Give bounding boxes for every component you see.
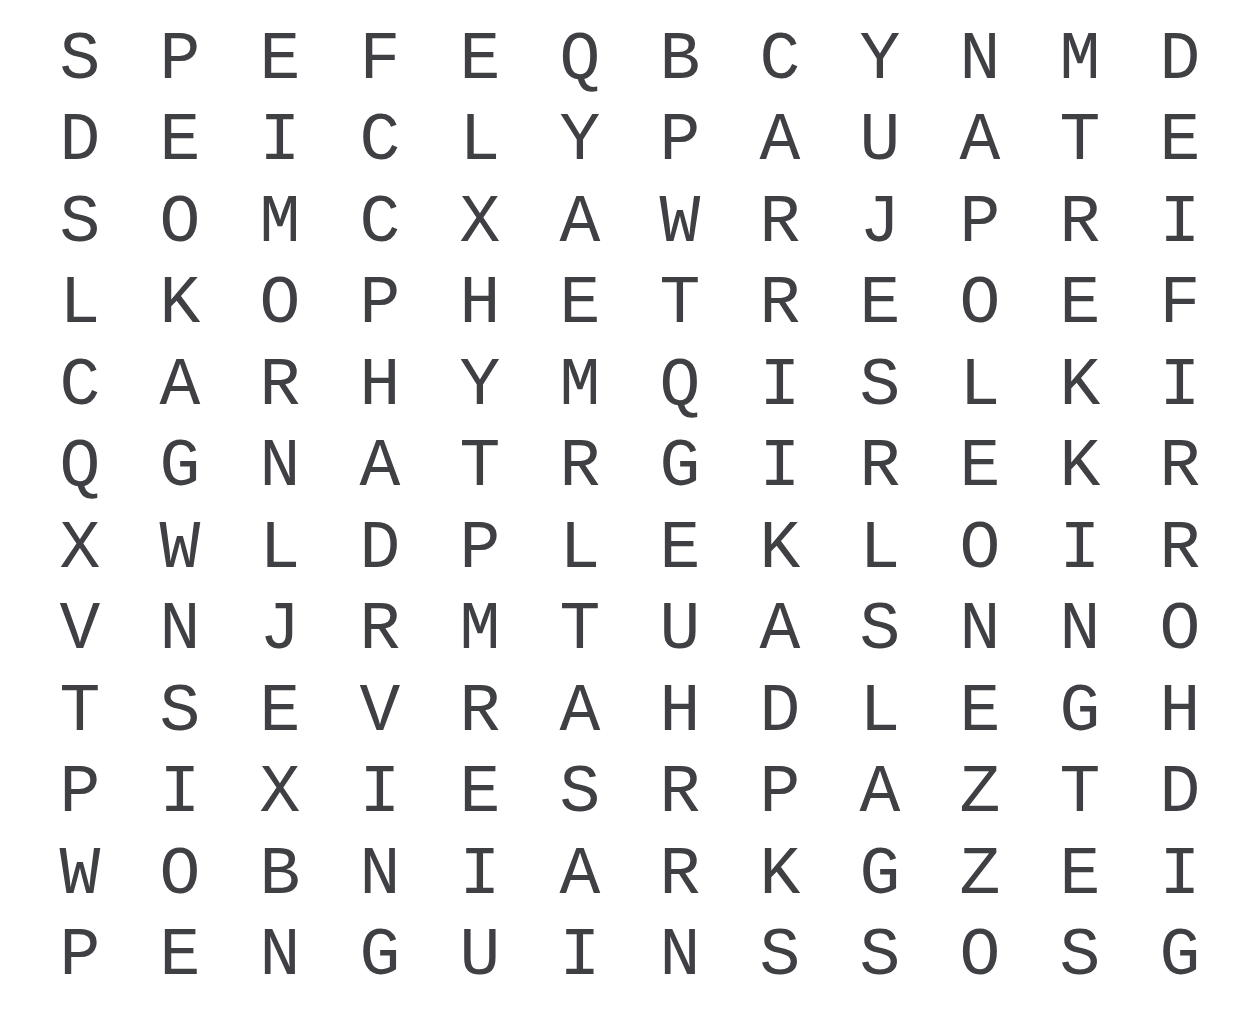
grid-cell-r6c7[interactable]: G xyxy=(630,427,730,509)
grid-cell-r6c11[interactable]: K xyxy=(1030,427,1130,509)
grid-cell-r2c8[interactable]: A xyxy=(730,101,830,183)
grid-cell-r2c6[interactable]: Y xyxy=(530,101,630,183)
grid-cell-r1c2[interactable]: P xyxy=(130,19,230,101)
grid-cell-r11c1[interactable]: W xyxy=(30,834,130,916)
grid-cell-r8c11[interactable]: N xyxy=(1030,590,1130,672)
grid-cell-r6c1[interactable]: Q xyxy=(30,427,130,509)
grid-cell-r6c5[interactable]: T xyxy=(430,427,530,509)
grid-cell-r4c5[interactable]: H xyxy=(430,264,530,346)
grid-cell-r12c1[interactable]: P xyxy=(30,916,130,998)
grid-cell-r5c11[interactable]: K xyxy=(1030,345,1130,427)
grid-cell-r4c4[interactable]: P xyxy=(330,264,430,346)
grid-cell-r2c11[interactable]: T xyxy=(1030,101,1130,183)
grid-cell-r11c6[interactable]: A xyxy=(530,834,630,916)
grid-cell-r10c6[interactable]: S xyxy=(530,753,630,835)
grid-cell-r4c11[interactable]: E xyxy=(1030,264,1130,346)
grid-cell-r12c2[interactable]: E xyxy=(130,916,230,998)
grid-cell-r11c9[interactable]: G xyxy=(830,834,930,916)
grid-cell-r4c9[interactable]: E xyxy=(830,264,930,346)
grid-cell-r7c12[interactable]: R xyxy=(1130,508,1230,590)
grid-cell-r11c11[interactable]: E xyxy=(1030,834,1130,916)
grid-cell-r3c1[interactable]: S xyxy=(30,182,130,264)
grid-cell-r11c2[interactable]: O xyxy=(130,834,230,916)
grid-cell-r10c12[interactable]: D xyxy=(1130,753,1230,835)
grid-cell-r5c5[interactable]: Y xyxy=(430,345,530,427)
grid-cell-r9c8[interactable]: D xyxy=(730,671,830,753)
grid-cell-r6c4[interactable]: A xyxy=(330,427,430,509)
grid-cell-r8c8[interactable]: A xyxy=(730,590,830,672)
grid-cell-r9c6[interactable]: A xyxy=(530,671,630,753)
grid-cell-r7c7[interactable]: E xyxy=(630,508,730,590)
grid-cell-r7c1[interactable]: X xyxy=(30,508,130,590)
grid-cell-r9c5[interactable]: R xyxy=(430,671,530,753)
grid-cell-r9c2[interactable]: S xyxy=(130,671,230,753)
grid-cell-r3c8[interactable]: R xyxy=(730,182,830,264)
grid-cell-r3c3[interactable]: M xyxy=(230,182,330,264)
grid-cell-r5c10[interactable]: L xyxy=(930,345,1030,427)
grid-cell-r7c9[interactable]: L xyxy=(830,508,930,590)
grid-cell-r1c7[interactable]: B xyxy=(630,19,730,101)
grid-cell-r5c7[interactable]: Q xyxy=(630,345,730,427)
grid-cell-r3c11[interactable]: R xyxy=(1030,182,1130,264)
grid-cell-r7c3[interactable]: L xyxy=(230,508,330,590)
grid-cell-r10c3[interactable]: X xyxy=(230,753,330,835)
grid-cell-r9c1[interactable]: T xyxy=(30,671,130,753)
grid-cell-r1c11[interactable]: M xyxy=(1030,19,1130,101)
grid-cell-r10c4[interactable]: I xyxy=(330,753,430,835)
grid-cell-r6c12[interactable]: R xyxy=(1130,427,1230,509)
grid-cell-r12c5[interactable]: U xyxy=(430,916,530,998)
grid-cell-r5c9[interactable]: S xyxy=(830,345,930,427)
grid-cell-r3c6[interactable]: A xyxy=(530,182,630,264)
grid-cell-r5c12[interactable]: I xyxy=(1130,345,1230,427)
grid-cell-r11c8[interactable]: K xyxy=(730,834,830,916)
grid-cell-r1c8[interactable]: C xyxy=(730,19,830,101)
grid-cell-r3c2[interactable]: O xyxy=(130,182,230,264)
grid-cell-r12c9[interactable]: S xyxy=(830,916,930,998)
grid-cell-r11c7[interactable]: R xyxy=(630,834,730,916)
grid-cell-r7c10[interactable]: O xyxy=(930,508,1030,590)
grid-cell-r10c11[interactable]: T xyxy=(1030,753,1130,835)
grid-cell-r8c1[interactable]: V xyxy=(30,590,130,672)
grid-cell-r5c6[interactable]: M xyxy=(530,345,630,427)
grid-cell-r6c2[interactable]: G xyxy=(130,427,230,509)
word-search-grid: SPEFEQBCYNMDDEICLYPAUATESOMCXAWRJPRILKOP… xyxy=(30,19,1230,997)
grid-cell-r5c8[interactable]: I xyxy=(730,345,830,427)
grid-cell-r7c5[interactable]: P xyxy=(430,508,530,590)
grid-cell-r2c10[interactable]: A xyxy=(930,101,1030,183)
grid-cell-r9c10[interactable]: E xyxy=(930,671,1030,753)
grid-cell-r11c5[interactable]: I xyxy=(430,834,530,916)
grid-cell-r10c1[interactable]: P xyxy=(30,753,130,835)
grid-cell-r12c12[interactable]: G xyxy=(1130,916,1230,998)
grid-cell-r3c9[interactable]: J xyxy=(830,182,930,264)
grid-cell-r8c2[interactable]: N xyxy=(130,590,230,672)
grid-cell-r2c7[interactable]: P xyxy=(630,101,730,183)
grid-cell-r8c10[interactable]: N xyxy=(930,590,1030,672)
grid-cell-r3c10[interactable]: P xyxy=(930,182,1030,264)
grid-cell-r10c7[interactable]: R xyxy=(630,753,730,835)
grid-cell-r1c9[interactable]: Y xyxy=(830,19,930,101)
grid-cell-r2c1[interactable]: D xyxy=(30,101,130,183)
grid-cell-r9c4[interactable]: V xyxy=(330,671,430,753)
grid-cell-r7c2[interactable]: W xyxy=(130,508,230,590)
grid-cell-r8c3[interactable]: J xyxy=(230,590,330,672)
grid-cell-r12c8[interactable]: S xyxy=(730,916,830,998)
grid-cell-r1c4[interactable]: F xyxy=(330,19,430,101)
grid-cell-r4c12[interactable]: F xyxy=(1130,264,1230,346)
grid-cell-r10c8[interactable]: P xyxy=(730,753,830,835)
grid-cell-r4c6[interactable]: E xyxy=(530,264,630,346)
grid-cell-r5c1[interactable]: C xyxy=(30,345,130,427)
grid-cell-r2c2[interactable]: E xyxy=(130,101,230,183)
grid-cell-r10c2[interactable]: I xyxy=(130,753,230,835)
grid-cell-r4c7[interactable]: T xyxy=(630,264,730,346)
grid-cell-r1c5[interactable]: E xyxy=(430,19,530,101)
grid-cell-r12c6[interactable]: I xyxy=(530,916,630,998)
grid-cell-r4c8[interactable]: R xyxy=(730,264,830,346)
grid-cell-r12c3[interactable]: N xyxy=(230,916,330,998)
grid-cell-r6c10[interactable]: E xyxy=(930,427,1030,509)
grid-cell-r2c12[interactable]: E xyxy=(1130,101,1230,183)
grid-cell-r2c3[interactable]: I xyxy=(230,101,330,183)
grid-cell-r8c6[interactable]: T xyxy=(530,590,630,672)
grid-cell-r9c11[interactable]: G xyxy=(1030,671,1130,753)
grid-cell-r9c12[interactable]: H xyxy=(1130,671,1230,753)
grid-cell-r5c3[interactable]: R xyxy=(230,345,330,427)
grid-cell-r12c11[interactable]: S xyxy=(1030,916,1130,998)
grid-cell-r8c9[interactable]: S xyxy=(830,590,930,672)
grid-cell-r11c3[interactable]: B xyxy=(230,834,330,916)
grid-cell-r9c3[interactable]: E xyxy=(230,671,330,753)
grid-cell-r4c10[interactable]: O xyxy=(930,264,1030,346)
grid-cell-r12c10[interactable]: O xyxy=(930,916,1030,998)
grid-cell-r2c5[interactable]: L xyxy=(430,101,530,183)
grid-cell-r9c9[interactable]: L xyxy=(830,671,930,753)
grid-cell-r12c4[interactable]: G xyxy=(330,916,430,998)
grid-cell-r10c9[interactable]: A xyxy=(830,753,930,835)
grid-cell-r7c8[interactable]: K xyxy=(730,508,830,590)
grid-cell-r8c7[interactable]: U xyxy=(630,590,730,672)
grid-cell-r4c2[interactable]: K xyxy=(130,264,230,346)
grid-cell-r11c12[interactable]: I xyxy=(1130,834,1230,916)
grid-cell-r7c6[interactable]: L xyxy=(530,508,630,590)
grid-cell-r6c8[interactable]: I xyxy=(730,427,830,509)
grid-cell-r10c5[interactable]: E xyxy=(430,753,530,835)
grid-cell-r1c1[interactable]: S xyxy=(30,19,130,101)
grid-cell-r1c12[interactable]: D xyxy=(1130,19,1230,101)
grid-cell-r1c10[interactable]: N xyxy=(930,19,1030,101)
grid-cell-r2c4[interactable]: C xyxy=(330,101,430,183)
grid-cell-r3c12[interactable]: I xyxy=(1130,182,1230,264)
grid-cell-r11c4[interactable]: N xyxy=(330,834,430,916)
grid-cell-r8c5[interactable]: M xyxy=(430,590,530,672)
grid-cell-r1c3[interactable]: E xyxy=(230,19,330,101)
grid-cell-r4c1[interactable]: L xyxy=(30,264,130,346)
grid-cell-r3c4[interactable]: C xyxy=(330,182,430,264)
grid-cell-r8c4[interactable]: R xyxy=(330,590,430,672)
grid-cell-r3c7[interactable]: W xyxy=(630,182,730,264)
grid-cell-r6c9[interactable]: R xyxy=(830,427,930,509)
grid-cell-r6c6[interactable]: R xyxy=(530,427,630,509)
grid-cell-r6c3[interactable]: N xyxy=(230,427,330,509)
grid-cell-r11c10[interactable]: Z xyxy=(930,834,1030,916)
grid-cell-r3c5[interactable]: X xyxy=(430,182,530,264)
grid-cell-r7c11[interactable]: I xyxy=(1030,508,1130,590)
grid-cell-r12c7[interactable]: N xyxy=(630,916,730,998)
grid-cell-r4c3[interactable]: O xyxy=(230,264,330,346)
grid-cell-r8c12[interactable]: O xyxy=(1130,590,1230,672)
grid-cell-r2c9[interactable]: U xyxy=(830,101,930,183)
grid-cell-r10c10[interactable]: Z xyxy=(930,753,1030,835)
grid-cell-r9c7[interactable]: H xyxy=(630,671,730,753)
grid-cell-r5c2[interactable]: A xyxy=(130,345,230,427)
grid-cell-r1c6[interactable]: Q xyxy=(530,19,630,101)
grid-cell-r5c4[interactable]: H xyxy=(330,345,430,427)
grid-cell-r7c4[interactable]: D xyxy=(330,508,430,590)
